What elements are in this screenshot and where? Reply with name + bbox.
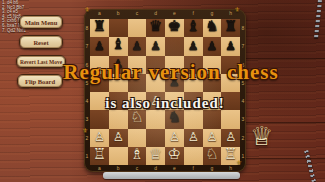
piece-black-knight[interactable]: ♞ [205, 19, 218, 34]
square-c3[interactable]: ♘ [128, 110, 147, 128]
piece-black-rook[interactable]: ♜ [93, 19, 106, 34]
piece-white-pawn[interactable]: ♙ [169, 131, 180, 143]
square-d2[interactable] [146, 129, 165, 147]
file-label-bottom: b [116, 166, 121, 171]
file-label-bottom: h [228, 166, 233, 171]
file-label-bottom: g [210, 166, 215, 171]
square-g1[interactable]: ♘ [203, 147, 222, 165]
square-d3[interactable] [146, 110, 165, 128]
square-f1[interactable] [184, 147, 203, 165]
piece-black-knight[interactable]: ♞ [168, 110, 181, 125]
square-b7[interactable]: ♝ [109, 37, 128, 55]
piece-black-bishop[interactable]: ♝ [111, 37, 124, 52]
rank-label-right: 3 [241, 117, 245, 122]
rank-label-left: 3 [85, 117, 89, 122]
gold-corner-ornament-icon: ⚜ [234, 7, 240, 14]
square-f8[interactable]: ♝ [184, 19, 203, 37]
file-label-bottom: d [153, 166, 158, 171]
promo-title: Regular version chess [63, 60, 278, 85]
piece-white-pawn[interactable]: ♙ [225, 131, 236, 143]
square-e2[interactable]: ♙ [165, 129, 184, 147]
square-f2[interactable]: ♙ [184, 129, 203, 147]
square-g3[interactable] [203, 110, 222, 128]
square-c2[interactable] [128, 129, 147, 147]
square-b3[interactable] [109, 110, 128, 128]
square-b1[interactable] [109, 147, 128, 165]
file-label-top: g [210, 11, 215, 16]
chess-app-screen: 1. d4 b6 2. Nc3 Bb7 3. c4 e5 4. c5 Nc6 5… [0, 0, 325, 182]
main-menu-button[interactable]: Main Menu [19, 15, 63, 29]
square-h3[interactable] [221, 110, 240, 128]
rank-label-right: 1 [241, 154, 245, 159]
piece-black-pawn[interactable]: ♟ [94, 40, 105, 52]
board-tray-bar [103, 172, 240, 179]
flip-board-button[interactable]: Flip Board [17, 74, 63, 88]
file-label-top: a [97, 11, 102, 16]
square-h7[interactable]: ♟ [221, 37, 240, 55]
chess-board: ♜♛♚♝♞♜♟♝♟♟♟♟♟♟♟♙♘♞♙♙♙♙♙♙♖♗♕♔♘♖ aabbccdde… [84, 9, 246, 172]
square-a3[interactable] [90, 110, 109, 128]
rank-label-right: 4 [241, 99, 245, 104]
wood-plank-seam [246, 158, 325, 160]
file-label-top: e [172, 11, 177, 16]
piece-white-pawn[interactable]: ♙ [113, 131, 124, 143]
gold-corner-ornament-icon: ⚜ [84, 7, 90, 14]
file-label-bottom: a [97, 166, 102, 171]
piece-white-king[interactable]: ♔ [168, 147, 181, 162]
file-label-top: d [153, 11, 158, 16]
gold-corner-ornament-icon: ⚜ [82, 128, 88, 135]
piece-black-pawn[interactable]: ♟ [225, 40, 236, 52]
square-d1[interactable]: ♕ [146, 147, 165, 165]
piece-white-knight[interactable]: ♘ [130, 110, 143, 125]
piece-white-knight[interactable]: ♘ [205, 147, 218, 162]
gold-corner-ornament-icon: ⚜ [236, 160, 242, 167]
square-f3[interactable] [184, 110, 203, 128]
square-g8[interactable]: ♞ [203, 19, 222, 37]
piece-black-pawn[interactable]: ♟ [131, 40, 142, 52]
file-label-top: c [135, 11, 140, 16]
table-white-queen-piece: ♕ [250, 121, 273, 151]
square-b2[interactable]: ♙ [109, 129, 128, 147]
square-d7[interactable]: ♟ [146, 37, 165, 55]
square-c1[interactable]: ♗ [128, 147, 147, 165]
piece-white-pawn[interactable]: ♙ [188, 131, 199, 143]
rank-label-left: 1 [85, 154, 89, 159]
piece-white-rook[interactable]: ♖ [93, 147, 106, 162]
reset-button[interactable]: Reset [19, 35, 63, 49]
square-f7[interactable]: ♟ [184, 37, 203, 55]
square-e1[interactable]: ♔ [165, 147, 184, 165]
rank-label-left: 8 [85, 26, 89, 31]
rank-label-right: 8 [241, 26, 245, 31]
square-c8[interactable] [128, 19, 147, 37]
rank-label-left: 2 [85, 136, 89, 141]
square-d8[interactable]: ♛ [146, 19, 165, 37]
piece-white-queen[interactable]: ♕ [149, 147, 162, 162]
square-e3[interactable]: ♞ [165, 110, 184, 128]
piece-black-rook[interactable]: ♜ [224, 19, 237, 34]
chain-ornament-icon [314, 0, 322, 38]
square-a2[interactable]: ♙ [90, 129, 109, 147]
file-label-top: b [116, 11, 121, 16]
square-g2[interactable]: ♙ [203, 129, 222, 147]
square-e7[interactable] [165, 37, 184, 55]
file-label-bottom: f [191, 166, 196, 171]
piece-white-bishop[interactable]: ♗ [130, 147, 143, 162]
rank-label-right: 7 [241, 44, 245, 49]
rank-label-right: 2 [241, 136, 245, 141]
piece-black-pawn[interactable]: ♟ [206, 40, 217, 52]
revert-last-move-button[interactable]: Revert Last Move [16, 55, 66, 68]
piece-black-pawn[interactable]: ♟ [150, 40, 161, 52]
piece-white-pawn[interactable]: ♙ [94, 131, 105, 143]
piece-white-pawn[interactable]: ♙ [206, 131, 217, 143]
piece-black-queen[interactable]: ♛ [149, 19, 162, 34]
square-h2[interactable]: ♙ [221, 129, 240, 147]
square-a7[interactable]: ♟ [90, 37, 109, 55]
piece-black-king[interactable]: ♚ [168, 19, 181, 34]
piece-black-bishop[interactable]: ♝ [186, 19, 199, 34]
file-label-top: f [191, 11, 196, 16]
file-label-top: h [228, 11, 233, 16]
square-a1[interactable]: ♖ [90, 147, 109, 165]
promo-subtitle: is also included! [105, 95, 225, 112]
file-label-bottom: c [135, 166, 140, 171]
move-line: 7. Qd2 Nxf1 [2, 29, 28, 34]
board-grid: ♜♛♚♝♞♜♟♝♟♟♟♟♟♟♟♙♘♞♙♙♙♙♙♙♖♗♕♔♘♖ [90, 19, 240, 165]
square-a8[interactable]: ♜ [90, 19, 109, 37]
square-g7[interactable]: ♟ [203, 37, 222, 55]
chain-ornament-icon [304, 150, 316, 182]
rank-label-left: 4 [85, 99, 89, 104]
square-h8[interactable]: ♜ [221, 19, 240, 37]
file-label-bottom: e [172, 166, 177, 171]
square-c7[interactable]: ♟ [128, 37, 147, 55]
rank-label-left: 7 [85, 44, 89, 49]
square-e8[interactable]: ♚ [165, 19, 184, 37]
piece-black-pawn[interactable]: ♟ [188, 40, 199, 52]
